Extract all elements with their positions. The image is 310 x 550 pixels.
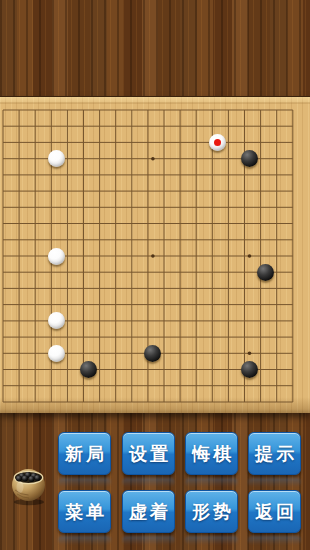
stone-black [80, 361, 97, 378]
go-app-screen: 新局 设置 悔棋 提示 菜单 虚着 形势 返回 [0, 0, 310, 550]
stone-black [257, 264, 274, 281]
back-button[interactable]: 返回 [248, 490, 301, 533]
last-move-marker [214, 139, 221, 146]
situation-button[interactable]: 形势 [185, 490, 238, 533]
stone-white [48, 345, 65, 362]
button-reflection [122, 478, 175, 487]
new-game-button[interactable]: 新局 [58, 432, 111, 475]
button-reflection [185, 536, 238, 545]
stone-white [48, 248, 65, 265]
stone-white-last-move [209, 134, 226, 151]
button-reflection [58, 536, 111, 545]
stone-black [241, 361, 258, 378]
go-board[interactable] [0, 97, 310, 413]
button-reflection [248, 536, 301, 545]
menu-button[interactable]: 菜单 [58, 490, 111, 533]
stone-white [48, 150, 65, 167]
settings-button[interactable]: 设置 [122, 432, 175, 475]
undo-button[interactable]: 悔棋 [185, 432, 238, 475]
hint-button[interactable]: 提示 [248, 432, 301, 475]
pass-button[interactable]: 虚着 [122, 490, 175, 533]
stone-bowl-icon [9, 464, 49, 506]
button-reflection [248, 478, 301, 487]
button-reflection [185, 478, 238, 487]
button-reflection [58, 478, 111, 487]
button-reflection [122, 536, 175, 545]
